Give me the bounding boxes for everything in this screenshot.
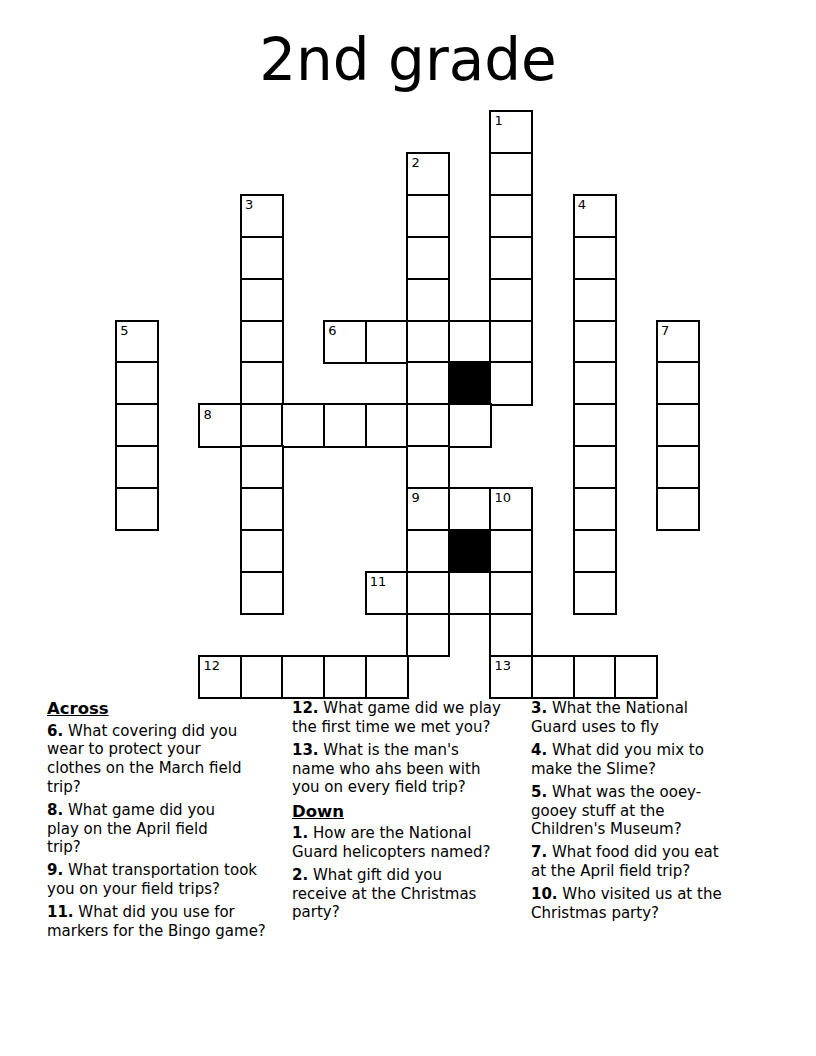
- grid-cell-r6c3[interactable]: [240, 361, 284, 405]
- clue-number-label: 1.: [292, 824, 308, 842]
- cell-number-10: 10: [495, 491, 512, 504]
- cell-number-2: 2: [411, 156, 419, 169]
- down-heading: Down: [292, 802, 522, 821]
- grid-cell-r8c7[interactable]: [406, 445, 450, 489]
- grid-cell-r9c0[interactable]: [115, 487, 159, 531]
- grid-cell-r11c9[interactable]: [489, 571, 533, 615]
- grid-cell-r9c8[interactable]: [448, 487, 492, 531]
- clue-down-7: 7. What food did you eat at the April fi…: [531, 843, 733, 880]
- grid-cell-r5c7[interactable]: [406, 320, 450, 364]
- grid-cell-r12c9[interactable]: [489, 613, 533, 657]
- grid-cell-r5c8[interactable]: [448, 320, 492, 364]
- clue-text: What was the ooey-gooey stuff at the Chi…: [531, 783, 701, 838]
- cell-number-4: 4: [578, 198, 586, 211]
- clue-number-label: 8.: [47, 801, 63, 819]
- cell-number-8: 8: [203, 408, 211, 421]
- cell-number-3: 3: [245, 198, 253, 211]
- clue-number-label: 3.: [531, 699, 547, 717]
- grid-cell-r11c3[interactable]: [240, 571, 284, 615]
- grid-cell-r7c4[interactable]: [281, 403, 325, 447]
- clue-text: What covering did you wear to protect yo…: [47, 722, 242, 796]
- grid-cell-r2c7[interactable]: [406, 194, 450, 238]
- crossword-grid: 12345678910111213: [115, 110, 705, 700]
- grid-cell-r6c13[interactable]: [656, 361, 700, 405]
- clue-number-label: 5.: [531, 783, 547, 801]
- clue-text: How are the National Guard helicopters n…: [292, 824, 490, 861]
- cell-number-13: 13: [495, 659, 512, 672]
- grid-cell-r8c11[interactable]: [573, 445, 617, 489]
- grid-cell-r3c9[interactable]: [489, 236, 533, 280]
- clue-down-4: 4. What did you mix to make the Slime?: [531, 741, 733, 778]
- clue-text: What food did you eat at the April field…: [531, 843, 719, 880]
- grid-cell-r4c7[interactable]: [406, 278, 450, 322]
- grid-cell-r0c9[interactable]: 1: [489, 110, 533, 154]
- grid-cell-r7c6[interactable]: [365, 403, 409, 447]
- clue-number-label: 10.: [531, 885, 558, 903]
- grid-cell-r2c3[interactable]: 3: [240, 194, 284, 238]
- grid-cell-r8c3[interactable]: [240, 445, 284, 489]
- grid-cell-r1c7[interactable]: 2: [406, 152, 450, 196]
- grid-cell-r7c11[interactable]: [573, 403, 617, 447]
- clue-text: What did you use for markers for the Bin…: [47, 903, 266, 940]
- grid-cell-r3c3[interactable]: [240, 236, 284, 280]
- clues-column-1: Across6. What covering did you wear to p…: [47, 699, 291, 945]
- grid-cell-r7c5[interactable]: [323, 403, 367, 447]
- cell-number-7: 7: [661, 324, 669, 337]
- clue-number-label: 12.: [292, 699, 319, 717]
- grid-cell-r13c12[interactable]: [614, 655, 658, 699]
- clue-number-label: 9.: [47, 861, 63, 879]
- crossword-page: 2nd grade 12345678910111213 Across6. Wha…: [0, 0, 816, 1056]
- grid-cell-r5c13[interactable]: 7: [656, 320, 700, 364]
- grid-cell-r13c5[interactable]: [323, 655, 367, 699]
- clue-text: What did you mix to make the Slime?: [531, 741, 704, 778]
- grid-cell-r13c6[interactable]: [365, 655, 409, 699]
- grid-cell-r3c11[interactable]: [573, 236, 617, 280]
- clue-down-2: 2. What gift did you receive at the Chri…: [292, 866, 492, 922]
- grid-cell-r2c11[interactable]: 4: [573, 194, 617, 238]
- clue-across-13: 13. What is the man's name who ahs been …: [292, 741, 497, 797]
- grid-cell-r5c6[interactable]: [365, 320, 409, 364]
- cell-number-1: 1: [495, 114, 503, 127]
- grid-cell-r3c7[interactable]: [406, 236, 450, 280]
- grid-cell-r2c9[interactable]: [489, 194, 533, 238]
- clue-text: What game did we play the first time we …: [292, 699, 501, 736]
- clue-across-8: 8. What game did you play on the April f…: [47, 801, 243, 857]
- clue-text: What the National Guard uses to fly: [531, 699, 688, 736]
- grid-cell-r5c5[interactable]: 6: [323, 320, 367, 364]
- cell-number-6: 6: [328, 324, 336, 337]
- grid-cell-r13c2[interactable]: 12: [198, 655, 242, 699]
- grid-cell-r8c0[interactable]: [115, 445, 159, 489]
- grid-cell-r7c8[interactable]: [448, 403, 492, 447]
- grid-cell-r11c7[interactable]: [406, 571, 450, 615]
- grid-cell-r9c9[interactable]: 10: [489, 487, 533, 531]
- grid-cell-r7c2[interactable]: 8: [198, 403, 242, 447]
- grid-cell-r13c11[interactable]: [573, 655, 617, 699]
- grid-cell-r6c11[interactable]: [573, 361, 617, 405]
- clue-number-label: 11.: [47, 903, 74, 921]
- grid-cell-r9c3[interactable]: [240, 487, 284, 531]
- grid-cell-r9c13[interactable]: [656, 487, 700, 531]
- grid-cell-r10c9[interactable]: [489, 529, 533, 573]
- clue-across-12: 12. What game did we play the first time…: [292, 699, 510, 736]
- grid-cell-r11c8[interactable]: [448, 571, 492, 615]
- clue-across-9: 9. What transportation took you on your …: [47, 861, 260, 898]
- grid-cell-r8c13[interactable]: [656, 445, 700, 489]
- clue-number-label: 2.: [292, 866, 308, 884]
- grid-cell-r7c3[interactable]: [240, 403, 284, 447]
- cell-number-5: 5: [120, 324, 128, 337]
- cell-number-9: 9: [411, 491, 419, 504]
- cell-number-11: 11: [370, 575, 387, 588]
- clue-across-6: 6. What covering did you wear to protect…: [47, 722, 257, 797]
- grid-cell-r13c3[interactable]: [240, 655, 284, 699]
- grid-cell-r6c9[interactable]: [489, 361, 533, 405]
- grid-cell-r7c7[interactable]: [406, 403, 450, 447]
- grid-cell-r11c11[interactable]: [573, 571, 617, 615]
- clues-column-2: 12. What game did we play the first time…: [292, 699, 522, 927]
- grid-cell-r7c13[interactable]: [656, 403, 700, 447]
- clue-down-3: 3. What the National Guard uses to fly: [531, 699, 733, 736]
- grid-cell-r10c11[interactable]: [573, 529, 617, 573]
- grid-cell-r5c3[interactable]: [240, 320, 284, 364]
- clue-text: What transportation took you on your fie…: [47, 861, 257, 898]
- grid-cell-r4c11[interactable]: [573, 278, 617, 322]
- grid-cell-r5c9[interactable]: [489, 320, 533, 364]
- cell-number-12: 12: [203, 659, 220, 672]
- grid-cell-r10c7[interactable]: [406, 529, 450, 573]
- black-cell-r6c8: [448, 361, 492, 405]
- clue-text: What is the man's name who ahs been with…: [292, 741, 480, 796]
- clue-text: Who visited us at the Christmas party?: [531, 885, 722, 922]
- clue-number-label: 7.: [531, 843, 547, 861]
- grid-cell-r10c3[interactable]: [240, 529, 284, 573]
- grid-cell-r13c9[interactable]: 13: [489, 655, 533, 699]
- clues-column-3: 3. What the National Guard uses to fly4.…: [531, 699, 767, 927]
- grid-cell-r13c4[interactable]: [281, 655, 325, 699]
- grid-cell-r5c11[interactable]: [573, 320, 617, 364]
- grid-cell-r1c9[interactable]: [489, 152, 533, 196]
- grid-cell-r11c6[interactable]: 11: [365, 571, 409, 615]
- across-heading: Across: [47, 699, 291, 718]
- clue-down-1: 1. How are the National Guard helicopter…: [292, 824, 510, 861]
- clue-down-5: 5. What was the ooey-gooey stuff at the …: [531, 783, 733, 839]
- clue-down-10: 10. Who visited us at the Christmas part…: [531, 885, 733, 922]
- clue-across-11: 11. What did you use for markers for the…: [47, 903, 275, 940]
- grid-cell-r9c11[interactable]: [573, 487, 617, 531]
- grid-cell-r5c0[interactable]: 5: [115, 320, 159, 364]
- grid-cell-r6c0[interactable]: [115, 361, 159, 405]
- grid-cell-r9c7[interactable]: 9: [406, 487, 450, 531]
- clue-text: What game did you play on the April fiel…: [47, 801, 215, 856]
- grid-cell-r6c7[interactable]: [406, 361, 450, 405]
- clue-text: What gift did you receive at the Christm…: [292, 866, 476, 921]
- clue-number-label: 4.: [531, 741, 547, 759]
- grid-cell-r12c7[interactable]: [406, 613, 450, 657]
- clue-number-label: 13.: [292, 741, 319, 759]
- grid-cell-r13c10[interactable]: [531, 655, 575, 699]
- grid-cell-r4c9[interactable]: [489, 278, 533, 322]
- black-cell-r10c8: [448, 529, 492, 573]
- puzzle-title: 2nd grade: [0, 28, 816, 92]
- clue-number-label: 6.: [47, 722, 63, 740]
- grid-cell-r7c0[interactable]: [115, 403, 159, 447]
- grid-cell-r4c3[interactable]: [240, 278, 284, 322]
